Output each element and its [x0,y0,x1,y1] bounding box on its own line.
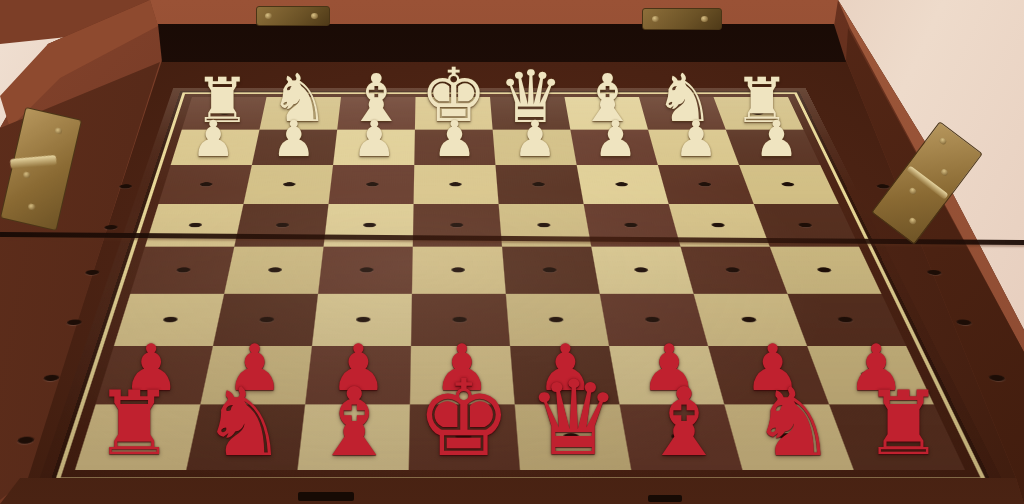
peg-hole [781,182,795,186]
square-h3[interactable] [158,165,251,204]
peg-hole [283,182,296,186]
peg-hole [176,267,191,272]
piece-white-pawn-e2[interactable]: ♟ [432,115,477,165]
square-f3[interactable] [329,165,415,204]
piece-red-rook-a8[interactable]: ♜ [864,380,943,469]
photo-travel-chess-set: { "game": "chess", "scene": "Antique woo… [0,0,1024,504]
peg-hole [449,182,461,186]
peg-hole [634,267,649,272]
piece-red-knight-b8[interactable]: ♞ [751,375,836,469]
square-c5[interactable] [591,247,693,294]
peg-hole [711,222,725,227]
piece-red-king-e8[interactable]: ♚ [416,365,511,471]
peg-hole [698,182,712,186]
square-e3[interactable] [414,165,499,204]
piece-white-pawn-d2[interactable]: ♟ [513,115,558,165]
piece-red-rook-h8[interactable]: ♜ [95,380,174,469]
square-d3[interactable] [495,165,583,204]
peg-hole [549,316,564,322]
square-c3[interactable] [577,165,669,204]
peg-hole [259,316,274,322]
square-g3[interactable] [243,165,333,204]
peg-hole [451,267,465,272]
piece-red-knight-g8[interactable]: ♞ [202,375,287,469]
piece-white-pawn-b2[interactable]: ♟ [674,115,719,165]
piece-white-pawn-c2[interactable]: ♟ [593,115,638,165]
peg-hole [200,182,213,186]
square-h4[interactable] [145,204,243,247]
square-g5[interactable] [224,247,323,294]
piece-red-queen-d8[interactable]: ♛ [528,367,621,470]
square-f5[interactable] [318,247,413,294]
piece-white-pawn-h2[interactable]: ♟ [191,115,236,165]
piece-white-pawn-g2[interactable]: ♟ [271,115,316,165]
square-d5[interactable] [502,247,600,294]
peg-hole [532,182,545,186]
peg-hole [816,267,832,272]
peg-hole [725,267,740,272]
peg-hole [276,222,290,227]
peg-hole [798,222,813,227]
peg-hole [645,316,660,322]
near-rim-hinge-notch [298,492,354,501]
peg-hole [537,222,550,227]
far-edge-left-hinge-icon [256,6,330,26]
peg-hole [453,316,467,322]
far-edge-right-hinge-icon [642,8,722,30]
peg-hole [356,316,371,322]
square-h5[interactable] [130,247,234,294]
peg-hole [360,267,374,272]
square-f4[interactable] [324,204,414,247]
piece-red-bishop-f8[interactable]: ♝ [312,375,397,469]
square-e5[interactable] [412,247,506,294]
peg-hole [837,316,854,322]
piece-white-pawn-f2[interactable]: ♟ [352,115,397,165]
peg-hole [163,316,179,322]
peg-hole [741,316,757,322]
peg-hole [624,222,638,227]
near-rim-hinge-notch [648,495,682,502]
peg-hole [543,267,557,272]
piece-red-bishop-c8[interactable]: ♝ [641,375,726,469]
peg-hole [366,182,378,186]
square-b3[interactable] [658,165,754,204]
peg-hole [615,182,628,186]
peg-hole [268,267,282,272]
square-g4[interactable] [234,204,328,247]
peg-hole [450,222,463,227]
peg-hole [188,222,202,227]
piece-white-pawn-a2[interactable]: ♟ [754,115,799,165]
peg-hole [363,222,376,227]
